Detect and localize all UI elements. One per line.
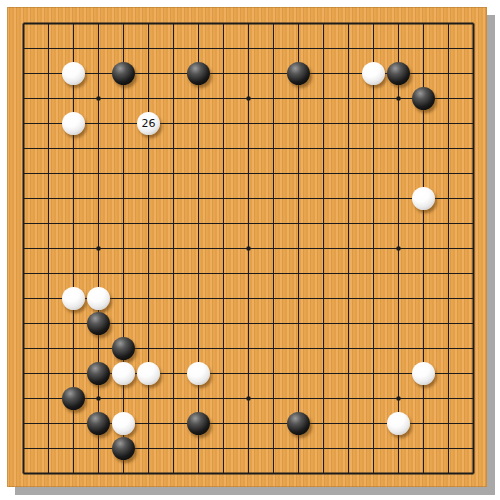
intersection-F16[interactable]	[136, 86, 161, 111]
intersection-M14[interactable]	[286, 136, 311, 161]
go-board[interactable]: 26	[7, 7, 487, 487]
intersection-S9[interactable]	[436, 261, 461, 286]
intersection-H5[interactable]	[186, 361, 211, 386]
intersection-D15[interactable]	[86, 111, 111, 136]
intersection-A19[interactable]	[11, 11, 36, 36]
intersection-B11[interactable]	[36, 211, 61, 236]
intersection-G14[interactable]	[161, 136, 186, 161]
intersection-C16[interactable]	[61, 86, 86, 111]
intersection-H11[interactable]	[186, 211, 211, 236]
intersection-F8[interactable]	[136, 286, 161, 311]
intersection-R18[interactable]	[411, 36, 436, 61]
intersection-K4[interactable]	[236, 386, 261, 411]
intersection-N5[interactable]	[311, 361, 336, 386]
intersection-O12[interactable]	[336, 186, 361, 211]
intersection-C7[interactable]	[61, 311, 86, 336]
intersection-P8[interactable]	[361, 286, 386, 311]
intersection-T16[interactable]	[461, 86, 486, 111]
intersection-M11[interactable]	[286, 211, 311, 236]
intersection-P10[interactable]	[361, 236, 386, 261]
intersection-Q7[interactable]	[386, 311, 411, 336]
intersection-C19[interactable]	[61, 11, 86, 36]
intersection-E2[interactable]	[111, 436, 136, 461]
intersection-M9[interactable]	[286, 261, 311, 286]
intersection-L7[interactable]	[261, 311, 286, 336]
intersection-J19[interactable]	[211, 11, 236, 36]
intersection-D10[interactable]	[86, 236, 111, 261]
intersection-T11[interactable]	[461, 211, 486, 236]
intersection-Q18[interactable]	[386, 36, 411, 61]
intersection-D13[interactable]	[86, 161, 111, 186]
intersection-R8[interactable]	[411, 286, 436, 311]
intersection-B14[interactable]	[36, 136, 61, 161]
intersection-D11[interactable]	[86, 211, 111, 236]
intersection-C14[interactable]	[61, 136, 86, 161]
intersection-S4[interactable]	[436, 386, 461, 411]
intersection-N4[interactable]	[311, 386, 336, 411]
intersection-C1[interactable]	[61, 461, 86, 486]
intersection-S5[interactable]	[436, 361, 461, 386]
intersection-L12[interactable]	[261, 186, 286, 211]
intersection-C11[interactable]	[61, 211, 86, 236]
intersection-R9[interactable]	[411, 261, 436, 286]
intersection-D14[interactable]	[86, 136, 111, 161]
intersection-E6[interactable]	[111, 336, 136, 361]
intersection-D18[interactable]	[86, 36, 111, 61]
intersection-F18[interactable]	[136, 36, 161, 61]
intersection-T18[interactable]	[461, 36, 486, 61]
intersection-J15[interactable]	[211, 111, 236, 136]
intersection-J4[interactable]	[211, 386, 236, 411]
intersection-M6[interactable]	[286, 336, 311, 361]
intersection-A1[interactable]	[11, 461, 36, 486]
intersection-B17[interactable]	[36, 61, 61, 86]
intersection-Q12[interactable]	[386, 186, 411, 211]
intersection-R10[interactable]	[411, 236, 436, 261]
intersection-N8[interactable]	[311, 286, 336, 311]
intersection-H12[interactable]	[186, 186, 211, 211]
intersection-O13[interactable]	[336, 161, 361, 186]
intersection-B7[interactable]	[36, 311, 61, 336]
intersection-P7[interactable]	[361, 311, 386, 336]
intersection-A12[interactable]	[11, 186, 36, 211]
intersection-O1[interactable]	[336, 461, 361, 486]
intersection-N16[interactable]	[311, 86, 336, 111]
intersection-R4[interactable]	[411, 386, 436, 411]
intersection-C3[interactable]	[61, 411, 86, 436]
intersection-D6[interactable]	[86, 336, 111, 361]
intersection-O4[interactable]	[336, 386, 361, 411]
intersection-H7[interactable]	[186, 311, 211, 336]
intersection-H14[interactable]	[186, 136, 211, 161]
intersection-J12[interactable]	[211, 186, 236, 211]
intersection-F17[interactable]	[136, 61, 161, 86]
intersection-Q14[interactable]	[386, 136, 411, 161]
intersection-B6[interactable]	[36, 336, 61, 361]
intersection-O8[interactable]	[336, 286, 361, 311]
intersection-G18[interactable]	[161, 36, 186, 61]
intersection-K12[interactable]	[236, 186, 261, 211]
intersection-K3[interactable]	[236, 411, 261, 436]
intersection-M18[interactable]	[286, 36, 311, 61]
intersection-F3[interactable]	[136, 411, 161, 436]
intersection-H16[interactable]	[186, 86, 211, 111]
intersection-M3[interactable]	[286, 411, 311, 436]
intersection-E15[interactable]	[111, 111, 136, 136]
intersection-E19[interactable]	[111, 11, 136, 36]
intersection-O16[interactable]	[336, 86, 361, 111]
intersection-H13[interactable]	[186, 161, 211, 186]
intersection-E17[interactable]	[111, 61, 136, 86]
intersection-Q3[interactable]	[386, 411, 411, 436]
intersection-Q9[interactable]	[386, 261, 411, 286]
intersection-K7[interactable]	[236, 311, 261, 336]
intersection-T14[interactable]	[461, 136, 486, 161]
intersection-T1[interactable]	[461, 461, 486, 486]
intersection-J3[interactable]	[211, 411, 236, 436]
intersection-P18[interactable]	[361, 36, 386, 61]
intersection-S11[interactable]	[436, 211, 461, 236]
intersection-L1[interactable]	[261, 461, 286, 486]
intersection-F10[interactable]	[136, 236, 161, 261]
intersection-O18[interactable]	[336, 36, 361, 61]
intersection-K2[interactable]	[236, 436, 261, 461]
intersection-C8[interactable]	[61, 286, 86, 311]
intersection-G17[interactable]	[161, 61, 186, 86]
intersection-A14[interactable]	[11, 136, 36, 161]
intersection-H3[interactable]	[186, 411, 211, 436]
intersection-H19[interactable]	[186, 11, 211, 36]
intersection-B9[interactable]	[36, 261, 61, 286]
intersection-Q5[interactable]	[386, 361, 411, 386]
intersection-N2[interactable]	[311, 436, 336, 461]
intersection-R16[interactable]	[411, 86, 436, 111]
intersection-B18[interactable]	[36, 36, 61, 61]
intersection-K6[interactable]	[236, 336, 261, 361]
intersection-A7[interactable]	[11, 311, 36, 336]
intersection-A11[interactable]	[11, 211, 36, 236]
intersection-O3[interactable]	[336, 411, 361, 436]
intersection-L2[interactable]	[261, 436, 286, 461]
intersection-E4[interactable]	[111, 386, 136, 411]
intersection-L6[interactable]	[261, 336, 286, 361]
intersection-J18[interactable]	[211, 36, 236, 61]
intersection-A2[interactable]	[11, 436, 36, 461]
intersection-M19[interactable]	[286, 11, 311, 36]
intersection-P11[interactable]	[361, 211, 386, 236]
intersection-R5[interactable]	[411, 361, 436, 386]
intersection-F5[interactable]	[136, 361, 161, 386]
intersection-C15[interactable]	[61, 111, 86, 136]
intersection-G7[interactable]	[161, 311, 186, 336]
intersection-L5[interactable]	[261, 361, 286, 386]
intersection-R19[interactable]	[411, 11, 436, 36]
intersection-M16[interactable]	[286, 86, 311, 111]
intersection-G12[interactable]	[161, 186, 186, 211]
intersection-J13[interactable]	[211, 161, 236, 186]
intersection-F9[interactable]	[136, 261, 161, 286]
intersection-H18[interactable]	[186, 36, 211, 61]
intersection-L14[interactable]	[261, 136, 286, 161]
intersection-T19[interactable]	[461, 11, 486, 36]
intersection-K8[interactable]	[236, 286, 261, 311]
intersection-T10[interactable]	[461, 236, 486, 261]
intersection-B1[interactable]	[36, 461, 61, 486]
intersection-F13[interactable]	[136, 161, 161, 186]
intersection-K13[interactable]	[236, 161, 261, 186]
intersection-A3[interactable]	[11, 411, 36, 436]
intersection-D2[interactable]	[86, 436, 111, 461]
intersection-P14[interactable]	[361, 136, 386, 161]
intersection-E18[interactable]	[111, 36, 136, 61]
intersection-K17[interactable]	[236, 61, 261, 86]
intersection-L15[interactable]	[261, 111, 286, 136]
intersection-N9[interactable]	[311, 261, 336, 286]
intersection-P19[interactable]	[361, 11, 386, 36]
intersection-G4[interactable]	[161, 386, 186, 411]
intersection-R12[interactable]	[411, 186, 436, 211]
intersection-N3[interactable]	[311, 411, 336, 436]
intersection-A10[interactable]	[11, 236, 36, 261]
intersection-H6[interactable]	[186, 336, 211, 361]
intersection-N11[interactable]	[311, 211, 336, 236]
intersection-H17[interactable]	[186, 61, 211, 86]
intersection-M10[interactable]	[286, 236, 311, 261]
intersection-S16[interactable]	[436, 86, 461, 111]
intersection-T3[interactable]	[461, 411, 486, 436]
intersection-R13[interactable]	[411, 161, 436, 186]
intersection-F2[interactable]	[136, 436, 161, 461]
intersection-Q10[interactable]	[386, 236, 411, 261]
intersection-O6[interactable]	[336, 336, 361, 361]
intersection-J8[interactable]	[211, 286, 236, 311]
intersection-J17[interactable]	[211, 61, 236, 86]
intersection-S13[interactable]	[436, 161, 461, 186]
intersection-F14[interactable]	[136, 136, 161, 161]
intersection-C10[interactable]	[61, 236, 86, 261]
intersection-L8[interactable]	[261, 286, 286, 311]
intersection-D9[interactable]	[86, 261, 111, 286]
intersection-S6[interactable]	[436, 336, 461, 361]
intersection-E8[interactable]	[111, 286, 136, 311]
intersection-C17[interactable]	[61, 61, 86, 86]
intersection-P15[interactable]	[361, 111, 386, 136]
intersection-K1[interactable]	[236, 461, 261, 486]
intersection-G13[interactable]	[161, 161, 186, 186]
intersection-G11[interactable]	[161, 211, 186, 236]
intersection-P3[interactable]	[361, 411, 386, 436]
intersection-S10[interactable]	[436, 236, 461, 261]
intersection-E14[interactable]	[111, 136, 136, 161]
intersection-A5[interactable]	[11, 361, 36, 386]
intersection-K11[interactable]	[236, 211, 261, 236]
intersection-M17[interactable]	[286, 61, 311, 86]
intersection-P16[interactable]	[361, 86, 386, 111]
intersection-L10[interactable]	[261, 236, 286, 261]
intersection-D3[interactable]	[86, 411, 111, 436]
intersection-F1[interactable]	[136, 461, 161, 486]
intersection-N13[interactable]	[311, 161, 336, 186]
intersection-F7[interactable]	[136, 311, 161, 336]
intersection-J16[interactable]	[211, 86, 236, 111]
intersection-R3[interactable]	[411, 411, 436, 436]
intersection-B15[interactable]	[36, 111, 61, 136]
intersection-P12[interactable]	[361, 186, 386, 211]
intersection-A18[interactable]	[11, 36, 36, 61]
intersection-G15[interactable]	[161, 111, 186, 136]
intersection-S8[interactable]	[436, 286, 461, 311]
intersection-G9[interactable]	[161, 261, 186, 286]
intersection-G3[interactable]	[161, 411, 186, 436]
intersection-M13[interactable]	[286, 161, 311, 186]
intersection-F11[interactable]	[136, 211, 161, 236]
intersection-T15[interactable]	[461, 111, 486, 136]
intersection-G5[interactable]	[161, 361, 186, 386]
intersection-R1[interactable]	[411, 461, 436, 486]
intersection-J6[interactable]	[211, 336, 236, 361]
intersection-M4[interactable]	[286, 386, 311, 411]
intersection-L19[interactable]	[261, 11, 286, 36]
intersection-Q13[interactable]	[386, 161, 411, 186]
intersection-M7[interactable]	[286, 311, 311, 336]
intersection-F19[interactable]	[136, 11, 161, 36]
intersection-L9[interactable]	[261, 261, 286, 286]
intersection-R17[interactable]	[411, 61, 436, 86]
intersection-N15[interactable]	[311, 111, 336, 136]
intersection-F6[interactable]	[136, 336, 161, 361]
intersection-C18[interactable]	[61, 36, 86, 61]
intersection-T12[interactable]	[461, 186, 486, 211]
intersection-S18[interactable]	[436, 36, 461, 61]
intersection-K16[interactable]	[236, 86, 261, 111]
intersection-G16[interactable]	[161, 86, 186, 111]
intersection-M15[interactable]	[286, 111, 311, 136]
intersection-J1[interactable]	[211, 461, 236, 486]
intersection-O9[interactable]	[336, 261, 361, 286]
intersection-E5[interactable]	[111, 361, 136, 386]
intersection-M8[interactable]	[286, 286, 311, 311]
intersection-L16[interactable]	[261, 86, 286, 111]
intersection-C9[interactable]	[61, 261, 86, 286]
intersection-G19[interactable]	[161, 11, 186, 36]
intersection-Q4[interactable]	[386, 386, 411, 411]
intersection-J7[interactable]	[211, 311, 236, 336]
intersection-A13[interactable]	[11, 161, 36, 186]
intersection-E1[interactable]	[111, 461, 136, 486]
intersection-P1[interactable]	[361, 461, 386, 486]
intersection-G8[interactable]	[161, 286, 186, 311]
intersection-H4[interactable]	[186, 386, 211, 411]
intersection-C12[interactable]	[61, 186, 86, 211]
intersection-S2[interactable]	[436, 436, 461, 461]
intersection-G10[interactable]	[161, 236, 186, 261]
intersection-D5[interactable]	[86, 361, 111, 386]
intersection-L11[interactable]	[261, 211, 286, 236]
intersection-R15[interactable]	[411, 111, 436, 136]
intersection-O17[interactable]	[336, 61, 361, 86]
intersection-D7[interactable]	[86, 311, 111, 336]
intersection-Q19[interactable]	[386, 11, 411, 36]
intersection-G6[interactable]	[161, 336, 186, 361]
intersection-R2[interactable]	[411, 436, 436, 461]
intersection-N19[interactable]	[311, 11, 336, 36]
intersection-N18[interactable]	[311, 36, 336, 61]
intersection-B16[interactable]	[36, 86, 61, 111]
intersection-B12[interactable]	[36, 186, 61, 211]
intersection-Q15[interactable]	[386, 111, 411, 136]
intersection-O2[interactable]	[336, 436, 361, 461]
intersection-J14[interactable]	[211, 136, 236, 161]
intersection-J9[interactable]	[211, 261, 236, 286]
intersection-T2[interactable]	[461, 436, 486, 461]
intersection-Q2[interactable]	[386, 436, 411, 461]
intersection-K9[interactable]	[236, 261, 261, 286]
intersection-N14[interactable]	[311, 136, 336, 161]
intersection-L17[interactable]	[261, 61, 286, 86]
intersection-E11[interactable]	[111, 211, 136, 236]
intersection-T13[interactable]	[461, 161, 486, 186]
intersection-Q1[interactable]	[386, 461, 411, 486]
intersection-P6[interactable]	[361, 336, 386, 361]
intersection-B3[interactable]	[36, 411, 61, 436]
intersection-E3[interactable]	[111, 411, 136, 436]
intersection-D8[interactable]	[86, 286, 111, 311]
intersection-H2[interactable]	[186, 436, 211, 461]
intersection-P2[interactable]	[361, 436, 386, 461]
intersection-D16[interactable]	[86, 86, 111, 111]
intersection-B10[interactable]	[36, 236, 61, 261]
intersection-E9[interactable]	[111, 261, 136, 286]
intersection-J10[interactable]	[211, 236, 236, 261]
intersection-P5[interactable]	[361, 361, 386, 386]
intersection-B5[interactable]	[36, 361, 61, 386]
intersection-C4[interactable]	[61, 386, 86, 411]
intersection-A8[interactable]	[11, 286, 36, 311]
intersection-M12[interactable]	[286, 186, 311, 211]
intersection-L13[interactable]	[261, 161, 286, 186]
intersection-H9[interactable]	[186, 261, 211, 286]
intersection-K10[interactable]	[236, 236, 261, 261]
intersection-N17[interactable]	[311, 61, 336, 86]
intersection-B8[interactable]	[36, 286, 61, 311]
intersection-L4[interactable]	[261, 386, 286, 411]
intersection-O15[interactable]	[336, 111, 361, 136]
intersection-S7[interactable]	[436, 311, 461, 336]
intersection-F4[interactable]	[136, 386, 161, 411]
intersection-B13[interactable]	[36, 161, 61, 186]
intersection-J5[interactable]	[211, 361, 236, 386]
intersection-M2[interactable]	[286, 436, 311, 461]
intersection-F15[interactable]: 26	[136, 111, 161, 136]
intersection-R7[interactable]	[411, 311, 436, 336]
intersection-A6[interactable]	[11, 336, 36, 361]
intersection-D1[interactable]	[86, 461, 111, 486]
intersection-K15[interactable]	[236, 111, 261, 136]
intersection-M5[interactable]	[286, 361, 311, 386]
intersection-C2[interactable]	[61, 436, 86, 461]
intersection-C13[interactable]	[61, 161, 86, 186]
intersection-K14[interactable]	[236, 136, 261, 161]
intersection-B4[interactable]	[36, 386, 61, 411]
intersection-G2[interactable]	[161, 436, 186, 461]
intersection-Q17[interactable]	[386, 61, 411, 86]
intersection-M1[interactable]	[286, 461, 311, 486]
intersection-F12[interactable]	[136, 186, 161, 211]
intersection-Q8[interactable]	[386, 286, 411, 311]
intersection-L18[interactable]	[261, 36, 286, 61]
intersection-S15[interactable]	[436, 111, 461, 136]
intersection-H1[interactable]	[186, 461, 211, 486]
